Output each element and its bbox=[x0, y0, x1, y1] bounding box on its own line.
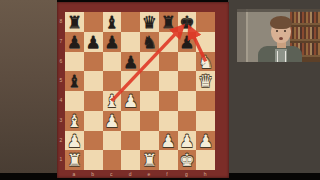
square-h8[interactable] bbox=[196, 12, 215, 32]
file-label-e: e bbox=[148, 172, 151, 177]
square-b6[interactable] bbox=[84, 52, 103, 72]
chess-board[interactable]: ♜♝♛♜♚♟♟♟♞♟♟♞♝♛♝♟♝♟♟♟♟♟♜♜♚ 87654321 abcde… bbox=[57, 2, 229, 178]
square-e3[interactable] bbox=[140, 111, 159, 131]
square-a4[interactable] bbox=[65, 91, 84, 111]
rank-label-2: 2 bbox=[60, 138, 63, 143]
file-label-d: d bbox=[129, 172, 132, 177]
square-d2[interactable] bbox=[121, 131, 140, 151]
piece-black-king-g8[interactable]: ♚ bbox=[178, 12, 197, 32]
piece-white-rook-a1[interactable]: ♜ bbox=[65, 150, 84, 170]
file-label-h: h bbox=[204, 172, 207, 177]
square-b2[interactable] bbox=[84, 131, 103, 151]
piece-black-pawn-g7[interactable]: ♟ bbox=[178, 32, 197, 52]
square-h1[interactable] bbox=[196, 150, 215, 170]
square-h4[interactable] bbox=[196, 91, 215, 111]
piece-white-pawn-f2[interactable]: ♟ bbox=[159, 131, 178, 151]
rank-label-3: 3 bbox=[60, 118, 63, 123]
left-background-panel bbox=[0, 0, 57, 173]
board-inner: ♜♝♛♜♚♟♟♟♞♟♟♞♝♛♝♟♝♟♟♟♟♟♜♜♚ bbox=[65, 12, 215, 170]
hoodie-drawstring bbox=[277, 51, 278, 62]
square-e5[interactable] bbox=[140, 71, 159, 91]
piece-white-rook-e1[interactable]: ♜ bbox=[140, 150, 159, 170]
piece-black-bishop-c8[interactable]: ♝ bbox=[103, 12, 122, 32]
square-f5[interactable] bbox=[159, 71, 178, 91]
piece-white-pawn-g2[interactable]: ♟ bbox=[178, 131, 197, 151]
webcam-top-shadow bbox=[237, 9, 320, 12]
piece-black-pawn-b7[interactable]: ♟ bbox=[84, 32, 103, 52]
square-d1[interactable] bbox=[121, 150, 140, 170]
piece-black-pawn-a7[interactable]: ♟ bbox=[65, 32, 84, 52]
square-h7[interactable] bbox=[196, 32, 215, 52]
square-b8[interactable] bbox=[84, 12, 103, 32]
piece-black-pawn-d6[interactable]: ♟ bbox=[121, 52, 140, 72]
square-g3[interactable] bbox=[178, 111, 197, 131]
square-g4[interactable] bbox=[178, 91, 197, 111]
hair bbox=[270, 16, 292, 29]
square-e4[interactable] bbox=[140, 91, 159, 111]
file-label-g: g bbox=[185, 172, 188, 177]
streamer-person bbox=[237, 9, 320, 62]
square-f1[interactable] bbox=[159, 150, 178, 170]
file-label-c: c bbox=[110, 172, 113, 177]
square-d8[interactable] bbox=[121, 12, 140, 32]
square-e6[interactable] bbox=[140, 52, 159, 72]
file-label-a: a bbox=[73, 172, 76, 177]
piece-black-queen-e8[interactable]: ♛ bbox=[140, 12, 159, 32]
square-d3[interactable] bbox=[121, 111, 140, 131]
square-c6[interactable] bbox=[103, 52, 122, 72]
square-e2[interactable] bbox=[140, 131, 159, 151]
piece-white-pawn-h2[interactable]: ♟ bbox=[196, 131, 215, 151]
rank-label-7: 7 bbox=[60, 39, 63, 44]
video-frame: ♜♝♛♜♚♟♟♟♞♟♟♞♝♛♝♟♝♟♟♟♟♟♜♜♚ 87654321 abcde… bbox=[0, 0, 320, 180]
square-f6[interactable] bbox=[159, 52, 178, 72]
rank-label-4: 4 bbox=[60, 98, 63, 103]
hoodie-drawstring bbox=[285, 51, 286, 62]
square-c5[interactable] bbox=[103, 71, 122, 91]
piece-white-bishop-c4[interactable]: ♝ bbox=[103, 91, 122, 111]
piece-white-pawn-d4[interactable]: ♟ bbox=[121, 91, 140, 111]
square-b1[interactable] bbox=[84, 150, 103, 170]
square-f3[interactable] bbox=[159, 111, 178, 131]
square-c1[interactable] bbox=[103, 150, 122, 170]
square-g6[interactable] bbox=[178, 52, 197, 72]
piece-white-pawn-c3[interactable]: ♟ bbox=[103, 111, 122, 131]
eye bbox=[276, 30, 278, 32]
square-d5[interactable] bbox=[121, 71, 140, 91]
file-label-b: b bbox=[91, 172, 94, 177]
rank-label-5: 5 bbox=[60, 78, 63, 83]
piece-white-pawn-a2[interactable]: ♟ bbox=[65, 131, 84, 151]
piece-white-queen-h5[interactable]: ♛ bbox=[196, 71, 215, 91]
piece-white-knight-h6[interactable]: ♞ bbox=[196, 52, 215, 72]
rank-label-8: 8 bbox=[60, 19, 63, 24]
piece-black-knight-e7[interactable]: ♞ bbox=[140, 32, 159, 52]
piece-black-pawn-c7[interactable]: ♟ bbox=[103, 32, 122, 52]
streamer-webcam bbox=[237, 9, 320, 62]
file-label-f: f bbox=[166, 172, 167, 177]
square-a6[interactable] bbox=[65, 52, 84, 72]
piece-black-rook-f8[interactable]: ♜ bbox=[159, 12, 178, 32]
square-d7[interactable] bbox=[121, 32, 140, 52]
eye bbox=[284, 30, 286, 32]
piece-white-king-g1[interactable]: ♚ bbox=[178, 150, 197, 170]
square-c2[interactable] bbox=[103, 131, 122, 151]
rank-label-1: 1 bbox=[60, 157, 63, 162]
piece-black-rook-a8[interactable]: ♜ bbox=[65, 12, 84, 32]
piece-white-bishop-a3[interactable]: ♝ bbox=[65, 111, 84, 131]
square-b3[interactable] bbox=[84, 111, 103, 131]
square-f7[interactable] bbox=[159, 32, 178, 52]
piece-black-bishop-a5[interactable]: ♝ bbox=[65, 71, 84, 91]
square-b4[interactable] bbox=[84, 91, 103, 111]
rank-label-6: 6 bbox=[60, 59, 63, 64]
square-g5[interactable] bbox=[178, 71, 197, 91]
square-h3[interactable] bbox=[196, 111, 215, 131]
mouth-talking bbox=[279, 37, 283, 40]
square-b5[interactable] bbox=[84, 71, 103, 91]
square-f4[interactable] bbox=[159, 91, 178, 111]
